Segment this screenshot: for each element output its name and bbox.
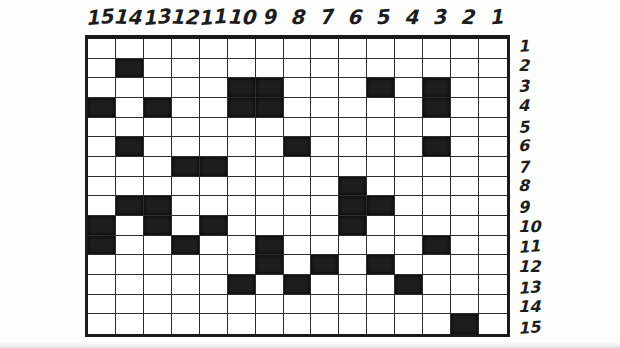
grid-cell-r11-c11 (200, 236, 228, 256)
column-label-c13: 13 (140, 1, 171, 33)
grid-cell-r11-c14 (116, 236, 144, 256)
grid-cell-r3-c2 (451, 78, 479, 98)
grid-cell-r6-c3 (423, 137, 451, 157)
grid-cell-r5-c13 (144, 118, 172, 138)
grid-cell-r7-c9 (256, 157, 284, 177)
grid-cell-r9-c3 (423, 196, 451, 216)
column-label-c5: 5 (367, 1, 398, 33)
grid-cell-r13-c6 (339, 275, 367, 295)
grid-cell-r6-c7 (311, 137, 339, 157)
grid-cell-r4-c10 (228, 98, 256, 118)
grid-cell-r9-c2 (451, 196, 479, 216)
grid-cell-r15-c14 (116, 314, 144, 334)
grid-cell-r12-c2 (451, 255, 479, 275)
grid-cell-r8-c8 (284, 177, 312, 197)
grid-cell-r13-c2 (451, 275, 479, 295)
grid-cell-r1-c4 (395, 39, 423, 59)
grid-cell-r15-c7 (311, 314, 339, 334)
grid-cell-r3-c12 (172, 78, 200, 98)
column-label-c7: 7 (310, 1, 341, 33)
grid-cell-r7-c8 (284, 157, 312, 177)
grid-cell-r4-c6 (339, 98, 367, 118)
row-label-r7: 7 (514, 155, 547, 177)
grid-cell-r15-c2 (451, 314, 479, 334)
grid-cell-r2-c1 (479, 59, 507, 79)
grid-cell-r12-c15 (88, 255, 116, 275)
grid-cell-r8-c4 (395, 177, 423, 197)
grid-cell-r1-c2 (451, 39, 479, 59)
grid-cell-r14-c12 (172, 295, 200, 315)
row-label-r13: 13 (514, 276, 547, 298)
column-label-c14: 14 (113, 2, 142, 33)
row-label-r1: 1 (514, 34, 547, 56)
grid-cell-r5-c6 (339, 118, 367, 138)
grid-cell-r10-c3 (423, 216, 451, 236)
grid-cell-r5-c5 (367, 118, 395, 138)
grid-cell-r8-c10 (228, 177, 256, 197)
grid-cell-r7-c3 (423, 157, 451, 177)
grid-cell-r14-c3 (423, 295, 451, 315)
grid-cell-r12-c13 (144, 255, 172, 275)
grid-cell-r2-c12 (172, 59, 200, 79)
grid-cell-r14-c13 (144, 295, 172, 315)
grid-cell-r3-c4 (395, 78, 423, 98)
grid-cell-r15-c8 (284, 314, 312, 334)
grid-cell-r5-c12 (172, 118, 200, 138)
column-label-c3: 3 (424, 1, 455, 33)
grid-cell-r9-c8 (284, 196, 312, 216)
grid-cell-r10-c5 (367, 216, 395, 236)
grid-cell-r13-c10 (228, 275, 256, 295)
grid-cell-r8-c5 (367, 177, 395, 197)
grid-cell-r2-c4 (395, 59, 423, 79)
grid-cell-r4-c14 (116, 98, 144, 118)
grid-cell-r2-c7 (311, 59, 339, 79)
grid-cell-r5-c10 (228, 118, 256, 138)
grid-cell-r2-c6 (339, 59, 367, 79)
grid-cell-r15-c5 (367, 314, 395, 334)
grid-cell-r1-c3 (423, 39, 451, 59)
grid-cell-r13-c15 (88, 275, 116, 295)
grid-cell-r3-c14 (116, 78, 144, 98)
grid-cell-r12-c6 (339, 255, 367, 275)
column-label-c9: 9 (254, 1, 285, 33)
grid-cell-r15-c10 (228, 314, 256, 334)
grid-cell-r7-c6 (339, 157, 367, 177)
grid-cell-r10-c13 (144, 216, 172, 236)
column-label-c11: 11 (197, 1, 228, 33)
grid-cell-r2-c5 (367, 59, 395, 79)
column-label-c1: 1 (480, 1, 511, 33)
grid-cell-r14-c15 (88, 295, 116, 315)
grid-cell-r12-c8 (284, 255, 312, 275)
grid-cell-r7-c11 (200, 157, 228, 177)
grid-cell-r14-c9 (256, 295, 284, 315)
grid-cell-r5-c4 (395, 118, 423, 138)
grid-cell-r1-c15 (88, 39, 116, 59)
grid-cell-r7-c13 (144, 157, 172, 177)
row-label-r2: 2 (515, 55, 547, 75)
grid-cell-r5-c8 (284, 118, 312, 138)
grid-cell-r10-c11 (200, 216, 228, 236)
grid-cell-r12-c11 (200, 255, 228, 275)
grid-cell-r10-c6 (339, 216, 367, 236)
grid-cell-r4-c1 (479, 98, 507, 118)
grid-cell-r7-c15 (88, 157, 116, 177)
column-label-c15: 15 (84, 1, 115, 33)
grid-cell-r8-c6 (339, 177, 367, 197)
grid-cell-r9-c14 (116, 196, 144, 216)
grid-cell-r11-c10 (228, 236, 256, 256)
grid-cell-r12-c3 (423, 255, 451, 275)
grid-cell-r2-c14 (116, 59, 144, 79)
grid-cell-r3-c8 (284, 78, 312, 98)
grid-cell-r8-c1 (479, 177, 507, 197)
grid-cell-r4-c2 (451, 98, 479, 118)
grid-cell-r15-c6 (339, 314, 367, 334)
row-label-r11: 11 (514, 235, 547, 257)
grid-cell-r11-c3 (423, 236, 451, 256)
grid-cell-r5-c15 (88, 118, 116, 138)
row-label-r12: 12 (515, 256, 547, 276)
column-label-c2: 2 (453, 2, 482, 33)
column-label-c10: 10 (226, 2, 255, 33)
grid-cell-r14-c6 (339, 295, 367, 315)
grid-cell-r9-c7 (311, 196, 339, 216)
grid-cell-r15-c11 (200, 314, 228, 334)
grid-cell-r1-c5 (367, 39, 395, 59)
row-label-r15: 15 (514, 316, 547, 338)
grid-cell-r15-c3 (423, 314, 451, 334)
grid-cell-r1-c11 (200, 39, 228, 59)
grid-cell-r14-c4 (395, 295, 423, 315)
grid-cell-r11-c8 (284, 236, 312, 256)
grid-cell-r9-c13 (144, 196, 172, 216)
grid-cell-r6-c4 (395, 137, 423, 157)
grid-cell-r4-c5 (367, 98, 395, 118)
grid-cell-r15-c12 (172, 314, 200, 334)
grid-cell-r7-c7 (311, 157, 339, 177)
column-label-c4: 4 (396, 2, 425, 33)
grid-cell-r14-c11 (200, 295, 228, 315)
row-labels: 1 2 3 4 5 6 7 8 9 10 11 12 13 14 15 (515, 35, 547, 337)
grid-cell-r10-c9 (256, 216, 284, 236)
grid-cell-r10-c1 (479, 216, 507, 236)
grid-cell-r13-c5 (367, 275, 395, 295)
grid-cell-r12-c5 (367, 255, 395, 275)
column-labels: 15 14 13 12 11 10 9 8 7 6 5 4 3 2 1 (85, 2, 510, 32)
grid-cell-r6-c5 (367, 137, 395, 157)
grid-cell-r6-c10 (228, 137, 256, 157)
grid-cell-r1-c9 (256, 39, 284, 59)
grid-cell-r2-c9 (256, 59, 284, 79)
grid-cell-r11-c6 (339, 236, 367, 256)
grid-cell-r6-c13 (144, 137, 172, 157)
grid-cell-r8-c13 (144, 177, 172, 197)
grid-cell-r6-c12 (172, 137, 200, 157)
grid-cell-r6-c11 (200, 137, 228, 157)
grid-cell-r4-c13 (144, 98, 172, 118)
grid-cell-r1-c10 (228, 39, 256, 59)
grid-cell-r4-c9 (256, 98, 284, 118)
grid-cell-r5-c3 (423, 118, 451, 138)
grid-cell-r2-c3 (423, 59, 451, 79)
grid-cell-r2-c10 (228, 59, 256, 79)
row-label-r5: 5 (514, 114, 547, 136)
row-label-r10: 10 (515, 216, 547, 236)
grid-cell-r13-c11 (200, 275, 228, 295)
grid-cell-r7-c10 (228, 157, 256, 177)
grid-cell-r10-c15 (88, 216, 116, 236)
grid-cell-r9-c6 (339, 196, 367, 216)
grid-cell-r5-c14 (116, 118, 144, 138)
grid-cell-r3-c9 (256, 78, 284, 98)
grid-cell-r11-c12 (172, 236, 200, 256)
grid-cell-r4-c8 (284, 98, 312, 118)
grid-cell-r14-c14 (116, 295, 144, 315)
grid-cell-r2-c13 (144, 59, 172, 79)
grid-cell-r3-c3 (423, 78, 451, 98)
grid-cell-r9-c1 (479, 196, 507, 216)
grid-cell-r10-c12 (172, 216, 200, 236)
grid-cell-r9-c12 (172, 196, 200, 216)
grid-cell-r13-c14 (116, 275, 144, 295)
grid-cell-r7-c4 (395, 157, 423, 177)
grid-cell-r14-c1 (479, 295, 507, 315)
grid-cell-r4-c4 (395, 98, 423, 118)
row-label-r3: 3 (514, 74, 547, 96)
row-label-r14: 14 (515, 297, 547, 317)
row-label-r4: 4 (515, 95, 547, 115)
grid-cell-r10-c7 (311, 216, 339, 236)
grid-cell-r2-c8 (284, 59, 312, 79)
grid-cell-r13-c3 (423, 275, 451, 295)
grid-cell-r3-c7 (311, 78, 339, 98)
grid-cell-r14-c7 (311, 295, 339, 315)
grid-cell-r4-c7 (311, 98, 339, 118)
grid-cell-r12-c10 (228, 255, 256, 275)
grid-cell-r14-c5 (367, 295, 395, 315)
grid-cell-r9-c9 (256, 196, 284, 216)
grid-cell-r9-c10 (228, 196, 256, 216)
grid-cell-r1-c13 (144, 39, 172, 59)
grid-cell-r4-c11 (200, 98, 228, 118)
grid-cell-r12-c12 (172, 255, 200, 275)
grid-cell-r3-c10 (228, 78, 256, 98)
grid-cell-r9-c5 (367, 196, 395, 216)
grid-cell-r3-c15 (88, 78, 116, 98)
grid-cell-r1-c12 (172, 39, 200, 59)
grid-cell-r3-c11 (200, 78, 228, 98)
grid-cell-r6-c15 (88, 137, 116, 157)
page-edge-shadow (0, 342, 620, 348)
grid-cell-r5-c11 (200, 118, 228, 138)
grid-cell-r6-c6 (339, 137, 367, 157)
grid-cell-r1-c8 (284, 39, 312, 59)
grid-cell-r13-c12 (172, 275, 200, 295)
grid-cell-r8-c14 (116, 177, 144, 197)
grid-cell-r3-c5 (367, 78, 395, 98)
grid-cell-r10-c10 (228, 216, 256, 236)
grid-cell-r12-c14 (116, 255, 144, 275)
grid-cell-r6-c14 (116, 137, 144, 157)
grid-cell-r6-c9 (256, 137, 284, 157)
grid-cell-r2-c11 (200, 59, 228, 79)
grid-cell-r13-c9 (256, 275, 284, 295)
grid-cell-r11-c13 (144, 236, 172, 256)
grid-cell-r8-c7 (311, 177, 339, 197)
grid-cell-r3-c1 (479, 78, 507, 98)
grid-cell-r15-c1 (479, 314, 507, 334)
grid-cell-r8-c12 (172, 177, 200, 197)
grid-cell-r9-c11 (200, 196, 228, 216)
puzzle-page: 15 14 13 12 11 10 9 8 7 6 5 4 3 2 1 1 2 … (0, 0, 620, 348)
row-label-r9: 9 (514, 195, 547, 217)
grid-cell-r14-c2 (451, 295, 479, 315)
grid-cell-r4-c3 (423, 98, 451, 118)
grid-cell-r1-c7 (311, 39, 339, 59)
grid-cell-r7-c14 (116, 157, 144, 177)
column-label-c12: 12 (169, 2, 198, 33)
grid-cell-r4-c15 (88, 98, 116, 118)
grid-cell-r11-c9 (256, 236, 284, 256)
grid-cell-r12-c1 (479, 255, 507, 275)
grid-cell-r2-c15 (88, 59, 116, 79)
grid-cell-r2-c2 (451, 59, 479, 79)
grid-cell-r12-c4 (395, 255, 423, 275)
grid-cell-r5-c9 (256, 118, 284, 138)
grid-cell-r13-c1 (479, 275, 507, 295)
grid-cell-r14-c10 (228, 295, 256, 315)
grid-cell-r8-c11 (200, 177, 228, 197)
grid-cell-r11-c1 (479, 236, 507, 256)
grid-cell-r12-c7 (311, 255, 339, 275)
grid-cell-r8-c3 (423, 177, 451, 197)
grid-cell-r15-c13 (144, 314, 172, 334)
grid-cell-r10-c4 (395, 216, 423, 236)
grid-cell-r8-c2 (451, 177, 479, 197)
grid-cell-r3-c6 (339, 78, 367, 98)
grid-cell-r1-c6 (339, 39, 367, 59)
grid-cell-r13-c8 (284, 275, 312, 295)
grid-cell-r15-c15 (88, 314, 116, 334)
column-label-c6: 6 (339, 2, 368, 33)
grid-cell-r5-c1 (479, 118, 507, 138)
grid-cell-r14-c8 (284, 295, 312, 315)
grid-cell-r11-c4 (395, 236, 423, 256)
grid-cell-r5-c7 (311, 118, 339, 138)
grid-cell-r13-c13 (144, 275, 172, 295)
grid-cell-r10-c8 (284, 216, 312, 236)
grid-cell-r7-c2 (451, 157, 479, 177)
grid-cell-r1-c14 (116, 39, 144, 59)
grid-cell-r6-c8 (284, 137, 312, 157)
grid-cell-r15-c4 (395, 314, 423, 334)
grid-cell-r7-c12 (172, 157, 200, 177)
grid-cell-r10-c14 (116, 216, 144, 236)
grid-cell-r13-c4 (395, 275, 423, 295)
row-label-r8: 8 (515, 176, 547, 196)
grid-cell-r8-c15 (88, 177, 116, 197)
grid-cell-r11-c15 (88, 236, 116, 256)
grid-cell-r15-c9 (256, 314, 284, 334)
grid-cell-r7-c1 (479, 157, 507, 177)
column-label-c8: 8 (283, 2, 312, 33)
grid-cell-r13-c7 (311, 275, 339, 295)
grid-cell-r9-c4 (395, 196, 423, 216)
grid-cell-r8-c9 (256, 177, 284, 197)
grid-cell-r4-c12 (172, 98, 200, 118)
puzzle-grid (85, 35, 510, 337)
grid-cell-r11-c2 (451, 236, 479, 256)
grid-cell-r7-c5 (367, 157, 395, 177)
grid-cell-r11-c5 (367, 236, 395, 256)
grid-cell-r11-c7 (311, 236, 339, 256)
grid-cell-r9-c15 (88, 196, 116, 216)
row-label-r6: 6 (515, 136, 547, 156)
grid-cell-r6-c2 (451, 137, 479, 157)
grid-cell-r10-c2 (451, 216, 479, 236)
grid-cell-r1-c1 (479, 39, 507, 59)
grid-cell-r12-c9 (256, 255, 284, 275)
grid-cell-r3-c13 (144, 78, 172, 98)
grid-cell-r6-c1 (479, 137, 507, 157)
grid-cell-r5-c2 (451, 118, 479, 138)
